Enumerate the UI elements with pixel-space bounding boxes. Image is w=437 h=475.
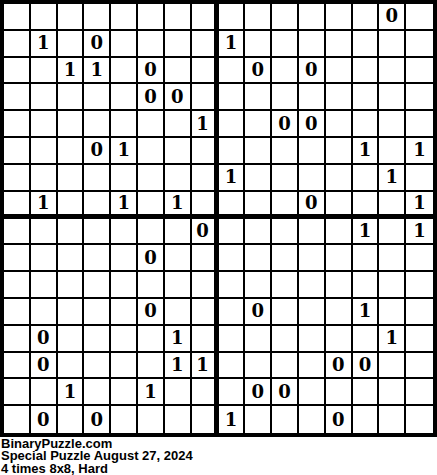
cell-r14-c5[interactable] <box>111 353 138 380</box>
cell-r1-c8[interactable] <box>192 4 219 31</box>
cell-r3-c5[interactable] <box>111 58 138 85</box>
cell-r12-c12[interactable] <box>299 299 326 326</box>
cell-r16-c11[interactable] <box>272 406 299 433</box>
cell-r3-c12: 0 <box>299 58 326 85</box>
cell-r3-c15[interactable] <box>379 58 406 85</box>
cell-r13-c12[interactable] <box>299 326 326 353</box>
cell-r6-c16: 1 <box>406 138 433 165</box>
cell-r8-c11[interactable] <box>272 192 299 219</box>
cell-r13-c14[interactable] <box>353 326 380 353</box>
cell-r5-c16[interactable] <box>406 111 433 138</box>
cell-r7-c1[interactable] <box>4 165 31 192</box>
cell-r9-c5[interactable] <box>111 219 138 246</box>
cell-r1-c2[interactable] <box>31 4 58 31</box>
cell-r8-c6[interactable] <box>138 192 165 219</box>
cell-r14-c4[interactable] <box>84 353 111 380</box>
binary-puzzle-board: 0101110000010001111111101011000101101100… <box>0 0 437 437</box>
cell-r14-c2: 0 <box>31 353 58 380</box>
cell-r7-c14[interactable] <box>353 165 380 192</box>
cell-r7-c4[interactable] <box>84 165 111 192</box>
cell-r9-c12[interactable] <box>299 219 326 246</box>
cell-r9-c14: 1 <box>353 219 380 246</box>
cell-r8-c9[interactable] <box>219 192 246 219</box>
cell-r15-c2[interactable] <box>31 379 58 406</box>
cell-r14-c13: 0 <box>326 353 353 380</box>
cell-r14-c9[interactable] <box>219 353 246 380</box>
cell-r8-c1[interactable] <box>4 192 31 219</box>
cell-r6-c5: 1 <box>111 138 138 165</box>
cell-r3-c3: 1 <box>58 58 85 85</box>
cell-r9-c2[interactable] <box>31 219 58 246</box>
cell-r6-c11[interactable] <box>272 138 299 165</box>
cell-r3-c16[interactable] <box>406 58 433 85</box>
cell-r2-c11[interactable] <box>272 31 299 58</box>
cell-r5-c14[interactable] <box>353 111 380 138</box>
cell-r13-c13[interactable] <box>326 326 353 353</box>
cell-r1-c5[interactable] <box>111 4 138 31</box>
cell-r11-c12[interactable] <box>299 272 326 299</box>
cell-r10-c8[interactable] <box>192 245 219 272</box>
cell-r4-c5[interactable] <box>111 84 138 111</box>
cell-r2-c2: 1 <box>31 31 58 58</box>
cell-r4-c12[interactable] <box>299 84 326 111</box>
cell-r10-c4[interactable] <box>84 245 111 272</box>
cell-r12-c4[interactable] <box>84 299 111 326</box>
cell-r8-c15[interactable] <box>379 192 406 219</box>
cell-r7-c6[interactable] <box>138 165 165 192</box>
cell-r4-c7: 0 <box>165 84 192 111</box>
cell-r3-c4: 1 <box>84 58 111 85</box>
cell-r15-c9[interactable] <box>219 379 246 406</box>
cell-r15-c7[interactable] <box>165 379 192 406</box>
cell-r15-c16[interactable] <box>406 379 433 406</box>
cell-r15-c13[interactable] <box>326 379 353 406</box>
cell-r10-c7[interactable] <box>165 245 192 272</box>
cell-r12-c14: 1 <box>353 299 380 326</box>
cell-r6-c15[interactable] <box>379 138 406 165</box>
cell-r10-c10[interactable] <box>245 245 272 272</box>
cell-r14-c15[interactable] <box>379 353 406 380</box>
cell-r13-c16[interactable] <box>406 326 433 353</box>
cell-r13-c4[interactable] <box>84 326 111 353</box>
cell-r13-c15: 1 <box>379 326 406 353</box>
cell-r4-c2[interactable] <box>31 84 58 111</box>
cell-r5-c15[interactable] <box>379 111 406 138</box>
cell-r7-c12[interactable] <box>299 165 326 192</box>
cell-r11-c6[interactable] <box>138 272 165 299</box>
cell-r14-c1[interactable] <box>4 353 31 380</box>
cell-r5-c6[interactable] <box>138 111 165 138</box>
cell-r11-c14[interactable] <box>353 272 380 299</box>
cell-r2-c12[interactable] <box>299 31 326 58</box>
cell-r6-c9[interactable] <box>219 138 246 165</box>
cell-r1-c3[interactable] <box>58 4 85 31</box>
cell-r4-c6: 0 <box>138 84 165 111</box>
cell-r6-c8[interactable] <box>192 138 219 165</box>
cell-r1-c6[interactable] <box>138 4 165 31</box>
cell-r11-c4[interactable] <box>84 272 111 299</box>
cell-r11-c8[interactable] <box>192 272 219 299</box>
cell-r11-c2[interactable] <box>31 272 58 299</box>
cell-r6-c4: 0 <box>84 138 111 165</box>
cell-r15-c14[interactable] <box>353 379 380 406</box>
cell-r15-c12[interactable] <box>299 379 326 406</box>
cell-r4-c14[interactable] <box>353 84 380 111</box>
cell-r4-c13[interactable] <box>326 84 353 111</box>
cell-r10-c3[interactable] <box>58 245 85 272</box>
cell-r7-c5[interactable] <box>111 165 138 192</box>
cell-r6-c6[interactable] <box>138 138 165 165</box>
cell-r2-c4: 0 <box>84 31 111 58</box>
cell-r11-c16[interactable] <box>406 272 433 299</box>
cell-r8-c8[interactable] <box>192 192 219 219</box>
cell-r15-c1[interactable] <box>4 379 31 406</box>
cell-r3-c11[interactable] <box>272 58 299 85</box>
cell-r2-c16[interactable] <box>406 31 433 58</box>
cell-r5-c3[interactable] <box>58 111 85 138</box>
cell-r7-c13[interactable] <box>326 165 353 192</box>
cell-r10-c5[interactable] <box>111 245 138 272</box>
cell-r7-c8[interactable] <box>192 165 219 192</box>
cell-r8-c12: 0 <box>299 192 326 219</box>
cell-r12-c3[interactable] <box>58 299 85 326</box>
cell-r8-c14[interactable] <box>353 192 380 219</box>
cell-r9-c3[interactable] <box>58 219 85 246</box>
cell-r5-c7[interactable] <box>165 111 192 138</box>
cell-r16-c6[interactable] <box>138 406 165 433</box>
cell-r5-c10[interactable] <box>245 111 272 138</box>
cell-r15-c11: 0 <box>272 379 299 406</box>
cell-r14-c7: 1 <box>165 353 192 380</box>
cell-r16-c14[interactable] <box>353 406 380 433</box>
cell-r12-c16[interactable] <box>406 299 433 326</box>
cell-r3-c6: 0 <box>138 58 165 85</box>
cell-r14-c8: 1 <box>192 353 219 380</box>
cell-r5-c4[interactable] <box>84 111 111 138</box>
cell-r1-c9[interactable] <box>219 4 246 31</box>
cell-r13-c5[interactable] <box>111 326 138 353</box>
cell-r9-c8: 0 <box>192 219 219 246</box>
cell-r9-c7[interactable] <box>165 219 192 246</box>
cell-r11-c1[interactable] <box>4 272 31 299</box>
cell-r11-c3[interactable] <box>58 272 85 299</box>
cell-r3-c9[interactable] <box>219 58 246 85</box>
cell-r10-c15[interactable] <box>379 245 406 272</box>
cell-r15-c10: 0 <box>245 379 272 406</box>
cell-r9-c4[interactable] <box>84 219 111 246</box>
cell-r7-c7[interactable] <box>165 165 192 192</box>
cell-r8-c13[interactable] <box>326 192 353 219</box>
cell-r12-c1[interactable] <box>4 299 31 326</box>
cell-r16-c9: 1 <box>219 406 246 433</box>
cell-r3-c8[interactable] <box>192 58 219 85</box>
cell-r2-c9: 1 <box>219 31 246 58</box>
cell-r1-c7[interactable] <box>165 4 192 31</box>
cell-r4-c1[interactable] <box>4 84 31 111</box>
cell-r4-c11[interactable] <box>272 84 299 111</box>
cell-r10-c12[interactable] <box>299 245 326 272</box>
cell-r7-c15: 1 <box>379 165 406 192</box>
cell-r16-c2: 0 <box>31 406 58 433</box>
cell-r4-c4[interactable] <box>84 84 111 111</box>
cell-r12-c13[interactable] <box>326 299 353 326</box>
cell-r13-c3[interactable] <box>58 326 85 353</box>
cell-r15-c3: 1 <box>58 379 85 406</box>
cell-r9-c16: 1 <box>406 219 433 246</box>
cell-r2-c14[interactable] <box>353 31 380 58</box>
cell-r5-c12: 0 <box>299 111 326 138</box>
cell-r10-c2[interactable] <box>31 245 58 272</box>
cell-r12-c15[interactable] <box>379 299 406 326</box>
cell-r4-c3[interactable] <box>58 84 85 111</box>
cell-r1-c16[interactable] <box>406 4 433 31</box>
cell-r4-c16[interactable] <box>406 84 433 111</box>
cell-r7-c9: 1 <box>219 165 246 192</box>
cell-r11-c10[interactable] <box>245 272 272 299</box>
cell-r5-c13[interactable] <box>326 111 353 138</box>
cell-r8-c2: 1 <box>31 192 58 219</box>
cell-r13-c10[interactable] <box>245 326 272 353</box>
cell-r7-c2[interactable] <box>31 165 58 192</box>
cell-r13-c6[interactable] <box>138 326 165 353</box>
cell-r1-c10[interactable] <box>245 4 272 31</box>
cell-r16-c7[interactable] <box>165 406 192 433</box>
cell-r6-c3[interactable] <box>58 138 85 165</box>
cell-r12-c9[interactable] <box>219 299 246 326</box>
cell-r16-c4: 0 <box>84 406 111 433</box>
cell-r1-c15: 0 <box>379 4 406 31</box>
cell-r12-c10: 0 <box>245 299 272 326</box>
cell-r12-c2[interactable] <box>31 299 58 326</box>
cell-r14-c6[interactable] <box>138 353 165 380</box>
cell-r13-c9[interactable] <box>219 326 246 353</box>
cell-r8-c16: 1 <box>406 192 433 219</box>
cell-r3-c10: 0 <box>245 58 272 85</box>
cell-r1-c12[interactable] <box>299 4 326 31</box>
cell-r8-c7: 1 <box>165 192 192 219</box>
cell-r7-c16[interactable] <box>406 165 433 192</box>
cell-r12-c5[interactable] <box>111 299 138 326</box>
cell-r3-c1[interactable] <box>4 58 31 85</box>
cell-r9-c13[interactable] <box>326 219 353 246</box>
cell-r8-c3[interactable] <box>58 192 85 219</box>
cell-r10-c14[interactable] <box>353 245 380 272</box>
puzzle-spec: 4 times 8x8, Hard <box>1 463 437 475</box>
cell-r11-c11[interactable] <box>272 272 299 299</box>
cell-r4-c10[interactable] <box>245 84 272 111</box>
cell-r1-c4[interactable] <box>84 4 111 31</box>
footer: BinaryPuzzle.com Special Puzzle August 2… <box>0 437 437 475</box>
cell-r4-c9[interactable] <box>219 84 246 111</box>
cell-r13-c8[interactable] <box>192 326 219 353</box>
cell-r11-c9[interactable] <box>219 272 246 299</box>
cell-r2-c1[interactable] <box>4 31 31 58</box>
cell-r15-c5[interactable] <box>111 379 138 406</box>
cell-r1-c1[interactable] <box>4 4 31 31</box>
cell-r10-c16[interactable] <box>406 245 433 272</box>
cell-r16-c3[interactable] <box>58 406 85 433</box>
cell-r2-c10[interactable] <box>245 31 272 58</box>
cell-r16-c1[interactable] <box>4 406 31 433</box>
cell-r9-c6[interactable] <box>138 219 165 246</box>
cell-r16-c12[interactable] <box>299 406 326 433</box>
cell-r4-c15[interactable] <box>379 84 406 111</box>
cell-r10-c13[interactable] <box>326 245 353 272</box>
cell-r7-c11[interactable] <box>272 165 299 192</box>
cell-r14-c16[interactable] <box>406 353 433 380</box>
cell-r13-c7: 1 <box>165 326 192 353</box>
cell-r11-c15[interactable] <box>379 272 406 299</box>
cell-r8-c4[interactable] <box>84 192 111 219</box>
cell-r11-c5[interactable] <box>111 272 138 299</box>
cell-r11-c7[interactable] <box>165 272 192 299</box>
cell-r14-c10[interactable] <box>245 353 272 380</box>
cell-r14-c11[interactable] <box>272 353 299 380</box>
cell-r13-c1[interactable] <box>4 326 31 353</box>
cell-r14-c3[interactable] <box>58 353 85 380</box>
page: 0101110000010001111111101011000101101100… <box>0 0 437 475</box>
cell-r12-c7[interactable] <box>165 299 192 326</box>
cell-r9-c9[interactable] <box>219 219 246 246</box>
cell-r15-c4[interactable] <box>84 379 111 406</box>
cell-r6-c10[interactable] <box>245 138 272 165</box>
cell-r12-c11[interactable] <box>272 299 299 326</box>
cell-r6-c2[interactable] <box>31 138 58 165</box>
cell-r3-c14[interactable] <box>353 58 380 85</box>
cell-r7-c3[interactable] <box>58 165 85 192</box>
cell-r2-c5[interactable] <box>111 31 138 58</box>
cell-r9-c10[interactable] <box>245 219 272 246</box>
cell-r15-c15[interactable] <box>379 379 406 406</box>
cell-r15-c8[interactable] <box>192 379 219 406</box>
cell-r2-c13[interactable] <box>326 31 353 58</box>
cell-r1-c13[interactable] <box>326 4 353 31</box>
cell-r3-c2[interactable] <box>31 58 58 85</box>
cell-r5-c11: 0 <box>272 111 299 138</box>
cell-r1-c14[interactable] <box>353 4 380 31</box>
cell-r16-c8[interactable] <box>192 406 219 433</box>
cell-r7-c10[interactable] <box>245 165 272 192</box>
cell-r13-c11[interactable] <box>272 326 299 353</box>
cell-r9-c15[interactable] <box>379 219 406 246</box>
cell-r13-c2: 0 <box>31 326 58 353</box>
cell-r3-c7[interactable] <box>165 58 192 85</box>
cell-r10-c11[interactable] <box>272 245 299 272</box>
cell-r5-c8: 1 <box>192 111 219 138</box>
cell-r16-c5[interactable] <box>111 406 138 433</box>
cell-r2-c7[interactable] <box>165 31 192 58</box>
cell-r10-c1[interactable] <box>4 245 31 272</box>
cell-r10-c9[interactable] <box>219 245 246 272</box>
cell-r4-c8[interactable] <box>192 84 219 111</box>
cell-r16-c15[interactable] <box>379 406 406 433</box>
cell-r2-c15[interactable] <box>379 31 406 58</box>
cell-r14-c14: 0 <box>353 353 380 380</box>
cell-r12-c8[interactable] <box>192 299 219 326</box>
cell-r16-c10[interactable] <box>245 406 272 433</box>
cell-r15-c6: 1 <box>138 379 165 406</box>
cell-r5-c2[interactable] <box>31 111 58 138</box>
cell-r16-c16[interactable] <box>406 406 433 433</box>
cell-r2-c6[interactable] <box>138 31 165 58</box>
cell-r12-c6: 0 <box>138 299 165 326</box>
cell-r2-c3[interactable] <box>58 31 85 58</box>
cell-r6-c1[interactable] <box>4 138 31 165</box>
cell-r6-c12[interactable] <box>299 138 326 165</box>
cell-r10-c6: 0 <box>138 245 165 272</box>
cell-r16-c13: 0 <box>326 406 353 433</box>
cell-r2-c8[interactable] <box>192 31 219 58</box>
cell-r9-c1[interactable] <box>4 219 31 246</box>
cell-r5-c1[interactable] <box>4 111 31 138</box>
cell-r3-c13[interactable] <box>326 58 353 85</box>
cell-r5-c9[interactable] <box>219 111 246 138</box>
cell-r8-c10[interactable] <box>245 192 272 219</box>
cell-r1-c11[interactable] <box>272 4 299 31</box>
cell-r8-c5: 1 <box>111 192 138 219</box>
cell-r6-c13[interactable] <box>326 138 353 165</box>
cell-r9-c11[interactable] <box>272 219 299 246</box>
cell-r5-c5[interactable] <box>111 111 138 138</box>
cell-r6-c14: 1 <box>353 138 380 165</box>
cell-r11-c13[interactable] <box>326 272 353 299</box>
cell-r6-c7[interactable] <box>165 138 192 165</box>
cell-r14-c12[interactable] <box>299 353 326 380</box>
